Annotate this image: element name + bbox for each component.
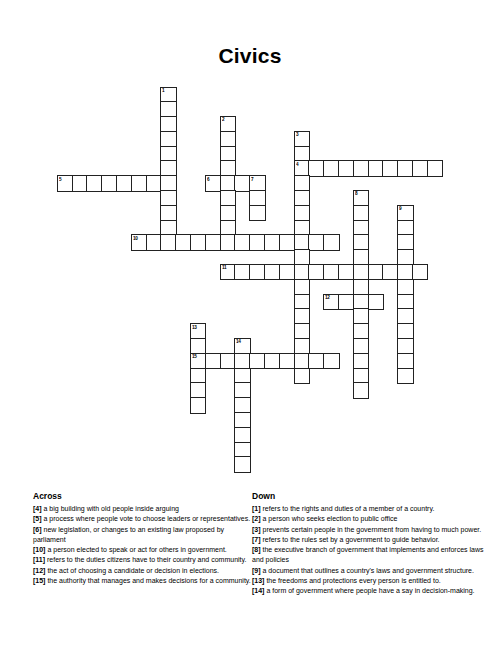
grid-cell[interactable] — [397, 368, 413, 384]
across-header: Across — [33, 491, 252, 501]
across-clues-section: Across [4] a big building with old peopl… — [33, 491, 252, 586]
clue-across-5: [5] a process where people vote to choos… — [33, 514, 252, 524]
clue-down-7: [7] refers to the rules set by a governm… — [252, 535, 495, 545]
cell-number: 5 — [59, 177, 61, 182]
clue-number: [2] — [252, 515, 261, 522]
clue-number: [14] — [252, 587, 264, 594]
cell-number: 6 — [207, 177, 209, 182]
cell-number: 14 — [236, 339, 241, 344]
cell-number: 4 — [296, 162, 298, 167]
down-header: Down — [252, 491, 495, 501]
cell-number: 12 — [325, 295, 330, 300]
across-clue-list: [4] a big building with old people insid… — [33, 504, 252, 586]
down-clue-list: [1] refers to the rights and duties of a… — [252, 504, 495, 597]
clue-across-6: [6] new legislation, or changes to an ex… — [33, 525, 252, 546]
grid-cell[interactable] — [427, 160, 443, 176]
cell-number: 9 — [399, 206, 401, 211]
grid-cell[interactable] — [353, 382, 369, 398]
clue-across-11: [11] refers to the duties citizens have … — [33, 555, 252, 565]
clue-across-4: [4] a big building with old people insid… — [33, 504, 252, 514]
cell-number: 13 — [192, 325, 197, 330]
clue-down-2: [2] a person who seeks election to publi… — [252, 514, 495, 524]
clue-across-12: [12] the act of choosing a candidate or … — [33, 566, 252, 576]
grid-cell[interactable] — [249, 205, 265, 221]
clue-down-14: [14] a form of government where people h… — [252, 586, 495, 596]
cell-number: 2 — [222, 117, 224, 122]
grid-cell[interactable] — [323, 353, 339, 369]
clue-number: [4] — [33, 505, 42, 512]
cell-number: 15 — [192, 354, 197, 359]
cell-number: 11 — [222, 265, 226, 270]
down-clues-section: Down [1] refers to the rights and duties… — [252, 491, 495, 597]
clue-across-10: [10] a person elected to speak or act fo… — [33, 545, 252, 555]
cell-number: 3 — [296, 132, 298, 137]
clue-down-3: [3] prevents certain people in the gover… — [252, 525, 495, 535]
clue-down-13: [13] the freedoms and protections every … — [252, 576, 495, 586]
clue-number: [9] — [252, 567, 261, 574]
clue-number: [6] — [33, 526, 42, 533]
clue-down-1: [1] refers to the rights and duties of a… — [252, 504, 495, 514]
clue-number: [5] — [33, 515, 42, 522]
cell-number: 7 — [251, 177, 253, 182]
crossword-page: Civics 123456789101112131415 Across [4] … — [0, 0, 500, 647]
clue-number: [12] — [33, 567, 45, 574]
cell-number: 1 — [162, 88, 164, 93]
clue-down-8: [8] the executive branch of government t… — [252, 545, 495, 566]
grid-cell[interactable] — [234, 456, 250, 472]
grid-cell[interactable] — [323, 234, 339, 250]
clue-number: [10] — [33, 546, 45, 553]
cell-number: 8 — [355, 191, 357, 196]
grid-cell[interactable] — [368, 294, 384, 310]
clue-number: [3] — [252, 526, 261, 533]
grid-cell[interactable] — [412, 264, 428, 280]
clue-number: [8] — [252, 546, 261, 553]
clue-number: [1] — [252, 505, 261, 512]
clue-number: [11] — [33, 556, 45, 563]
clue-across-15: [15] the authority that manages and make… — [33, 576, 252, 586]
page-title: Civics — [0, 44, 500, 68]
grid-cell[interactable] — [294, 368, 310, 384]
clue-down-9: [9] a document that outlines a country's… — [252, 566, 495, 576]
grid-cell[interactable] — [190, 397, 206, 413]
clue-number: [7] — [252, 536, 261, 543]
clue-number: [15] — [33, 577, 45, 584]
clue-number: [13] — [252, 577, 264, 584]
cell-number: 10 — [133, 236, 138, 241]
